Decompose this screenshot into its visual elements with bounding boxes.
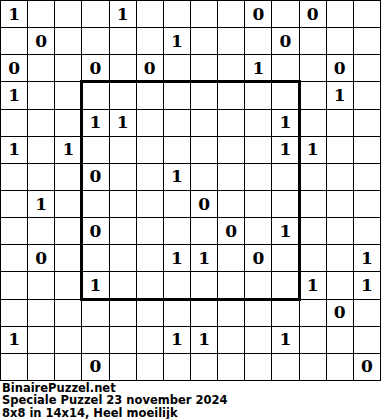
cell-r12c5[interactable] <box>137 327 163 353</box>
cell-r2c4[interactable] <box>110 55 136 81</box>
cell-r12c4[interactable] <box>110 327 136 353</box>
cell-r7c6[interactable] <box>164 191 190 217</box>
cell-r4c6[interactable] <box>164 110 190 136</box>
cell-r9c2[interactable] <box>55 245 81 271</box>
cell-r1c1: 0 <box>28 28 54 54</box>
cell-r5c1[interactable] <box>28 137 54 163</box>
cell-r11c7[interactable] <box>191 300 217 326</box>
cell-r9c5[interactable] <box>137 245 163 271</box>
cell-r8c11[interactable] <box>300 218 326 244</box>
cell-r1c12[interactable] <box>327 28 353 54</box>
cell-r1c9[interactable] <box>245 28 271 54</box>
cell-r3c13[interactable] <box>354 82 380 108</box>
cell-r0c0: 1 <box>1 1 27 27</box>
cell-r10c8[interactable] <box>218 272 244 298</box>
cell-r10c4[interactable] <box>110 272 136 298</box>
cell-r5c2: 1 <box>55 137 81 163</box>
cell-r9c1: 0 <box>28 245 54 271</box>
cell-r2c2[interactable] <box>55 55 81 81</box>
cell-r0c6[interactable] <box>164 1 190 27</box>
cell-r1c13[interactable] <box>354 28 380 54</box>
puzzle-title: Speciale Puzzel 23 november 2024 <box>2 394 381 406</box>
cell-r4c2[interactable] <box>55 110 81 136</box>
cell-r6c10[interactable] <box>272 164 298 190</box>
cell-r10c0[interactable] <box>1 272 27 298</box>
cell-r4c1[interactable] <box>28 110 54 136</box>
cell-r5c7[interactable] <box>191 137 217 163</box>
cell-r1c11[interactable] <box>300 28 326 54</box>
cell-r9c11[interactable] <box>300 245 326 271</box>
cell-r11c11[interactable] <box>300 300 326 326</box>
cell-r6c4[interactable] <box>110 164 136 190</box>
cell-r7c8[interactable] <box>218 191 244 217</box>
cell-r13c2[interactable] <box>55 354 81 380</box>
cell-r7c13[interactable] <box>354 191 380 217</box>
cell-r12c7: 1 <box>191 327 217 353</box>
cell-r9c7: 1 <box>191 245 217 271</box>
cell-r5c10: 1 <box>272 137 298 163</box>
cell-r11c10[interactable] <box>272 300 298 326</box>
cell-r10c2[interactable] <box>55 272 81 298</box>
cell-r11c2[interactable] <box>55 300 81 326</box>
cell-r3c4[interactable] <box>110 82 136 108</box>
cell-r6c0[interactable] <box>1 164 27 190</box>
cell-r7c12[interactable] <box>327 191 353 217</box>
cell-r7c10[interactable] <box>272 191 298 217</box>
cell-r2c12: 0 <box>327 55 353 81</box>
cell-r7c3[interactable] <box>82 191 108 217</box>
cell-r12c2[interactable] <box>55 327 81 353</box>
cell-r0c3[interactable] <box>82 1 108 27</box>
cell-r8c1[interactable] <box>28 218 54 244</box>
cell-r3c1[interactable] <box>28 82 54 108</box>
cell-r4c9[interactable] <box>245 110 271 136</box>
cell-r9c6: 1 <box>164 245 190 271</box>
cell-r0c1[interactable] <box>28 1 54 27</box>
cell-r5c4[interactable] <box>110 137 136 163</box>
cell-r8c6[interactable] <box>164 218 190 244</box>
cell-r0c5[interactable] <box>137 1 163 27</box>
cell-r6c11[interactable] <box>300 164 326 190</box>
puzzle-board: 1100010000101111111110110001011011110111… <box>0 0 381 381</box>
cell-r3c11[interactable] <box>300 82 326 108</box>
cell-r11c13[interactable] <box>354 300 380 326</box>
cell-r1c10: 0 <box>272 28 298 54</box>
cell-r4c11[interactable] <box>300 110 326 136</box>
cell-r0c11: 0 <box>300 1 326 27</box>
cell-r3c5[interactable] <box>137 82 163 108</box>
cell-r5c12[interactable] <box>327 137 353 163</box>
cell-r6c12[interactable] <box>327 164 353 190</box>
cell-r9c12[interactable] <box>327 245 353 271</box>
cell-r11c3[interactable] <box>82 300 108 326</box>
cell-r5c6[interactable] <box>164 137 190 163</box>
cell-r4c4: 1 <box>110 110 136 136</box>
cell-r2c10[interactable] <box>272 55 298 81</box>
cell-r8c9[interactable] <box>245 218 271 244</box>
cell-r3c12: 1 <box>327 82 353 108</box>
cell-r13c4[interactable] <box>110 354 136 380</box>
cell-r11c12: 0 <box>327 300 353 326</box>
cell-r11c9[interactable] <box>245 300 271 326</box>
cell-r0c9: 0 <box>245 1 271 27</box>
cell-r6c1[interactable] <box>28 164 54 190</box>
cell-r11c0[interactable] <box>1 300 27 326</box>
cell-r6c9[interactable] <box>245 164 271 190</box>
cell-r6c6: 1 <box>164 164 190 190</box>
cell-r4c8[interactable] <box>218 110 244 136</box>
cell-r2c8[interactable] <box>218 55 244 81</box>
cell-r12c13[interactable] <box>354 327 380 353</box>
cell-r10c12[interactable] <box>327 272 353 298</box>
cell-r9c0[interactable] <box>1 245 27 271</box>
cell-r13c1[interactable] <box>28 354 54 380</box>
cell-r3c0: 1 <box>1 82 27 108</box>
cell-r9c4[interactable] <box>110 245 136 271</box>
cell-r8c0[interactable] <box>1 218 27 244</box>
cell-r2c7[interactable] <box>191 55 217 81</box>
cell-r3c10[interactable] <box>272 82 298 108</box>
cell-r13c7[interactable] <box>191 354 217 380</box>
cell-r1c0[interactable] <box>1 28 27 54</box>
binary-puzzle-grid: 1100010000101111111110110001011011110111… <box>1 1 380 380</box>
cell-r7c1: 1 <box>28 191 54 217</box>
cell-r13c10[interactable] <box>272 354 298 380</box>
cell-r12c11[interactable] <box>300 327 326 353</box>
cell-r6c13[interactable] <box>354 164 380 190</box>
cell-r4c5[interactable] <box>137 110 163 136</box>
cell-r4c10: 1 <box>272 110 298 136</box>
cell-r13c13: 0 <box>354 354 380 380</box>
cell-r0c4: 1 <box>110 1 136 27</box>
cell-r5c5[interactable] <box>137 137 163 163</box>
cell-r13c5[interactable] <box>137 354 163 380</box>
cell-r1c4[interactable] <box>110 28 136 54</box>
cell-r3c6[interactable] <box>164 82 190 108</box>
cell-r1c8[interactable] <box>218 28 244 54</box>
cell-r3c9[interactable] <box>245 82 271 108</box>
cell-r10c11: 1 <box>300 272 326 298</box>
cell-r13c0[interactable] <box>1 354 27 380</box>
cell-r6c3: 0 <box>82 164 108 190</box>
cell-r10c1[interactable] <box>28 272 54 298</box>
cell-r2c9: 1 <box>245 55 271 81</box>
cell-r2c11[interactable] <box>300 55 326 81</box>
cell-r8c10: 1 <box>272 218 298 244</box>
cell-r1c5[interactable] <box>137 28 163 54</box>
cell-r5c11: 1 <box>300 137 326 163</box>
cell-r7c4[interactable] <box>110 191 136 217</box>
cell-r3c8[interactable] <box>218 82 244 108</box>
cell-r9c3[interactable] <box>82 245 108 271</box>
cell-r2c3: 0 <box>82 55 108 81</box>
cell-r1c2[interactable] <box>55 28 81 54</box>
cell-r8c8: 0 <box>218 218 244 244</box>
cell-r1c6: 1 <box>164 28 190 54</box>
cell-r4c13[interactable] <box>354 110 380 136</box>
cell-r11c6[interactable] <box>164 300 190 326</box>
cell-r10c3: 1 <box>82 272 108 298</box>
cell-r0c8[interactable] <box>218 1 244 27</box>
cell-r13c11[interactable] <box>300 354 326 380</box>
cell-r6c8[interactable] <box>218 164 244 190</box>
cell-r8c13[interactable] <box>354 218 380 244</box>
cell-r12c12[interactable] <box>327 327 353 353</box>
cell-r13c3: 0 <box>82 354 108 380</box>
cell-r11c4[interactable] <box>110 300 136 326</box>
cell-r10c13: 1 <box>354 272 380 298</box>
cell-r7c0[interactable] <box>1 191 27 217</box>
cell-r9c10[interactable] <box>272 245 298 271</box>
cell-r6c7[interactable] <box>191 164 217 190</box>
cell-r12c1[interactable] <box>28 327 54 353</box>
cell-r1c7[interactable] <box>191 28 217 54</box>
cell-r7c5[interactable] <box>137 191 163 217</box>
cell-r5c8[interactable] <box>218 137 244 163</box>
cell-r13c8[interactable] <box>218 354 244 380</box>
cell-r10c9[interactable] <box>245 272 271 298</box>
cell-r3c7[interactable] <box>191 82 217 108</box>
cell-r3c2[interactable] <box>55 82 81 108</box>
cell-r8c5[interactable] <box>137 218 163 244</box>
cell-r5c3[interactable] <box>82 137 108 163</box>
cell-r6c2[interactable] <box>55 164 81 190</box>
cell-r11c5[interactable] <box>137 300 163 326</box>
cell-r0c2[interactable] <box>55 1 81 27</box>
cell-r3c3[interactable] <box>82 82 108 108</box>
cell-r12c10: 1 <box>272 327 298 353</box>
cell-r12c3[interactable] <box>82 327 108 353</box>
cell-r13c12[interactable] <box>327 354 353 380</box>
cell-r2c1[interactable] <box>28 55 54 81</box>
cell-r4c7[interactable] <box>191 110 217 136</box>
cell-r8c3: 0 <box>82 218 108 244</box>
cell-r6c5[interactable] <box>137 164 163 190</box>
cell-r0c12[interactable] <box>327 1 353 27</box>
cell-r5c0: 1 <box>1 137 27 163</box>
cell-r8c2[interactable] <box>55 218 81 244</box>
cell-r10c10[interactable] <box>272 272 298 298</box>
cell-r7c9[interactable] <box>245 191 271 217</box>
cell-r12c8[interactable] <box>218 327 244 353</box>
puzzle-caption: BinairePuzzel.net Speciale Puzzel 23 nov… <box>0 381 381 419</box>
cell-r9c13: 1 <box>354 245 380 271</box>
cell-r9c9: 0 <box>245 245 271 271</box>
cell-r4c0[interactable] <box>1 110 27 136</box>
cell-r2c6[interactable] <box>164 55 190 81</box>
cell-r7c7: 0 <box>191 191 217 217</box>
cell-r5c9[interactable] <box>245 137 271 163</box>
cell-r13c6[interactable] <box>164 354 190 380</box>
cell-r1c3[interactable] <box>82 28 108 54</box>
cell-r9c8[interactable] <box>218 245 244 271</box>
cell-r12c0: 1 <box>1 327 27 353</box>
cell-r7c11[interactable] <box>300 191 326 217</box>
puzzle-subtitle: 8x8 in 14x14, Heel moeilijk <box>2 407 381 419</box>
cell-r4c12[interactable] <box>327 110 353 136</box>
cell-r0c7[interactable] <box>191 1 217 27</box>
cell-r10c6[interactable] <box>164 272 190 298</box>
cell-r8c7[interactable] <box>191 218 217 244</box>
cell-r10c5[interactable] <box>137 272 163 298</box>
cell-r8c12[interactable] <box>327 218 353 244</box>
cell-r5c13[interactable] <box>354 137 380 163</box>
cell-r4c3: 1 <box>82 110 108 136</box>
cell-r2c13[interactable] <box>354 55 380 81</box>
cell-r13c9[interactable] <box>245 354 271 380</box>
cell-r11c1[interactable] <box>28 300 54 326</box>
cell-r12c6: 1 <box>164 327 190 353</box>
cell-r12c9[interactable] <box>245 327 271 353</box>
cell-r2c0: 0 <box>1 55 27 81</box>
cell-r10c7[interactable] <box>191 272 217 298</box>
cell-r0c10[interactable] <box>272 1 298 27</box>
cell-r8c4[interactable] <box>110 218 136 244</box>
cell-r11c8[interactable] <box>218 300 244 326</box>
cell-r7c2[interactable] <box>55 191 81 217</box>
cell-r2c5: 0 <box>137 55 163 81</box>
cell-r0c13[interactable] <box>354 1 380 27</box>
